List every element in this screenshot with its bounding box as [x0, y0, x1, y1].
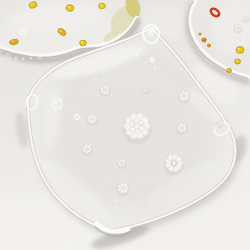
dot-glint [68, 6, 71, 8]
dot-glint [208, 45, 209, 46]
dot-body [235, 59, 241, 64]
glass-bubble [20, 29, 25, 34]
dot-body [202, 38, 207, 42]
glass-bubble [75, 115, 80, 120]
frost-sparkle [127, 57, 129, 59]
dot-glint [100, 4, 102, 6]
frost-sparkle [115, 200, 117, 202]
dot-glint [31, 3, 34, 5]
frost-sparkle [90, 165, 92, 167]
bubble-ring [52, 99, 62, 109]
flower-center [104, 89, 106, 91]
millefiori-dot [202, 38, 207, 42]
dot-body [199, 33, 201, 35]
photo-glass-dishes [0, 0, 250, 250]
frost-sparkle [89, 85, 91, 87]
bubble-ring [20, 29, 25, 34]
millefiori-dot [199, 33, 201, 35]
millefiori-dot [207, 44, 210, 47]
flower-center [145, 88, 147, 90]
frost-sparkle [95, 77, 97, 79]
flower-center [181, 127, 183, 129]
frost-sparkle [149, 105, 151, 107]
red-ring-shade [217, 14, 219, 16]
bubble-ring [75, 115, 80, 120]
flower-center [134, 123, 140, 129]
flower-center [183, 95, 185, 97]
frost-sparkle [221, 29, 223, 31]
flower-center [219, 123, 220, 124]
millefiori-dot [226, 69, 231, 73]
flower-center [91, 118, 93, 120]
dot-glint [238, 48, 241, 50]
frost-sparkle [103, 71, 105, 73]
frost-sparkle [154, 67, 156, 69]
dot-glint [227, 69, 229, 70]
frost-sparkle [59, 132, 61, 134]
frost-sparkle [140, 175, 142, 177]
flower-center [121, 162, 123, 164]
frost-sparkle [245, 44, 247, 46]
dot-body [80, 40, 87, 46]
frost-sparkle [111, 65, 113, 67]
frost-sparkle [160, 145, 162, 147]
dot-glint [59, 30, 62, 32]
frost-sparkle [119, 61, 121, 63]
frost-sparkle [224, 14, 226, 16]
dot-glint [81, 41, 83, 43]
glass-bubble [52, 99, 62, 109]
flower-petal [135, 129, 140, 134]
frost-sparkle [136, 54, 138, 56]
dot-glint [236, 60, 238, 62]
frost-sparkle [130, 205, 132, 207]
dot-glint [11, 40, 14, 42]
millefiori-dot [235, 59, 241, 64]
frost-sparkle [139, 150, 141, 152]
frost-sparkle [217, 23, 219, 25]
frost-sparkle [231, 39, 233, 41]
bubble-glint [21, 30, 23, 32]
flower-center [172, 161, 176, 165]
millefiori-flower [122, 113, 152, 144]
frost-sparkle [119, 120, 120, 121]
frost-sparkle [117, 207, 120, 210]
flower-center [237, 27, 239, 29]
frost-sparkle [141, 69, 143, 71]
dot-body [226, 69, 231, 73]
frost-sparkle [100, 105, 102, 107]
frost-sparkle [162, 73, 164, 75]
bubble-glint [76, 116, 77, 117]
flower-center [86, 148, 88, 150]
millefiori-dot [80, 40, 87, 46]
frost-sparkle [106, 213, 108, 215]
dot-body [99, 3, 106, 9]
frost-sparkle [48, 125, 50, 127]
millefiori-dot [236, 47, 244, 54]
millefiori-dot [99, 3, 106, 9]
dot-body [207, 44, 210, 47]
dot-body [236, 47, 244, 54]
frost-sparkle [100, 140, 102, 142]
plate-top-left-bubbles [20, 29, 25, 34]
flower-center [245, 18, 246, 19]
flower-petal [176, 156, 182, 162]
flower-center [122, 187, 125, 190]
flower-petal [134, 118, 139, 123]
dot-glint [199, 33, 200, 34]
frost-sparkle [107, 79, 109, 81]
frost-sparkle [145, 61, 147, 63]
bubble-glint [54, 101, 57, 104]
frost-sparkle [242, 34, 244, 36]
dot-glint [203, 39, 204, 40]
scene-svg [0, 0, 250, 250]
